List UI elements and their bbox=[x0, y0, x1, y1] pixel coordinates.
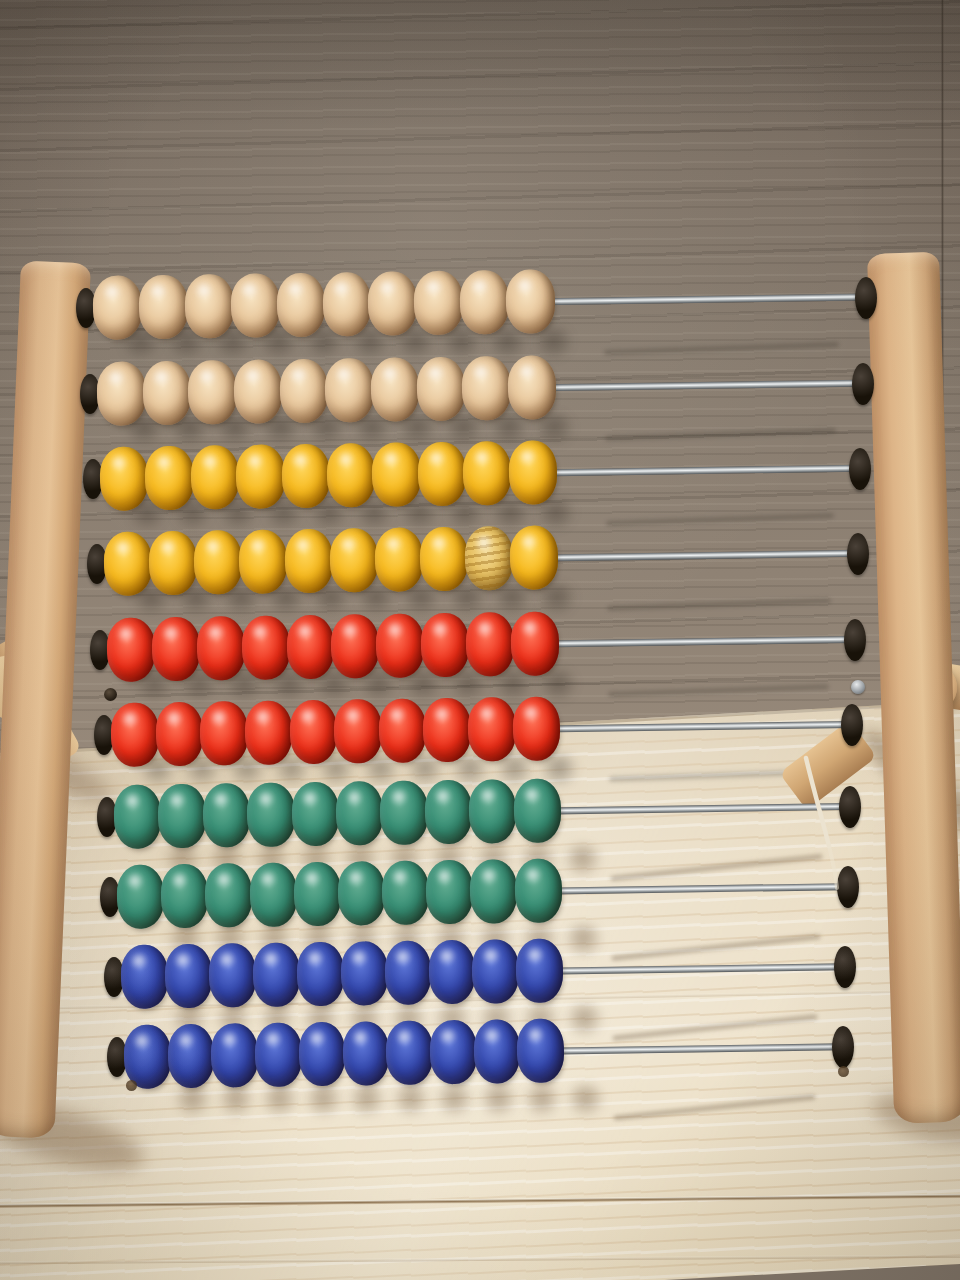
bead-r8-b7[interactable] bbox=[382, 860, 430, 925]
bead-r10-b8[interactable] bbox=[429, 1020, 477, 1085]
bead-r7-b6[interactable] bbox=[336, 781, 384, 846]
bead-r8-b4[interactable] bbox=[249, 862, 297, 927]
bead-r6-b4[interactable] bbox=[244, 700, 293, 765]
bead-r4-b5[interactable] bbox=[284, 529, 333, 594]
left-post-screw bbox=[104, 688, 117, 701]
bead-shadow bbox=[522, 1083, 563, 1119]
bead-shadow bbox=[347, 1083, 388, 1119]
bead-row-5 bbox=[107, 611, 557, 682]
bead-r5-b7[interactable] bbox=[376, 613, 425, 678]
bead-r3-b8[interactable] bbox=[417, 442, 466, 507]
bead-r9-b3[interactable] bbox=[208, 943, 256, 1008]
rod-grommet-right bbox=[855, 277, 877, 319]
right-post-screw bbox=[851, 680, 865, 694]
bead-r7-b5[interactable] bbox=[291, 782, 339, 847]
bead-shadow bbox=[562, 843, 603, 879]
bead-r7-b4[interactable] bbox=[247, 782, 295, 847]
bead-r1-b10[interactable] bbox=[506, 269, 556, 334]
bead-r7-b8[interactable] bbox=[424, 780, 472, 845]
bead-row-10 bbox=[124, 1019, 562, 1089]
bead-r2-b8[interactable] bbox=[416, 357, 466, 422]
bead-r8-b10[interactable] bbox=[514, 858, 562, 923]
bead-row-8 bbox=[117, 858, 559, 929]
bead-r8-b6[interactable] bbox=[338, 861, 386, 926]
bead-shadow bbox=[565, 1083, 606, 1119]
bead-r6-b3[interactable] bbox=[199, 701, 248, 766]
bead-r1-b2[interactable] bbox=[138, 275, 188, 340]
bead-r1-b3[interactable] bbox=[184, 274, 234, 339]
abacus-photo-scene bbox=[0, 0, 960, 1280]
bead-r9-b4[interactable] bbox=[252, 942, 300, 1007]
bead-r10-b4[interactable] bbox=[255, 1022, 303, 1087]
bead-r2-b3[interactable] bbox=[187, 360, 237, 425]
bead-r3-b1[interactable] bbox=[100, 446, 149, 511]
bead-r7-b9[interactable] bbox=[469, 779, 517, 844]
bead-shadow bbox=[172, 1083, 213, 1119]
bead-r4-b4[interactable] bbox=[238, 529, 287, 594]
rod-grommet-right bbox=[852, 363, 874, 405]
bead-r6-b8[interactable] bbox=[423, 698, 472, 763]
bead-r4-b2[interactable] bbox=[148, 531, 197, 596]
bead-r10-b2[interactable] bbox=[167, 1024, 215, 1089]
bead-r6-b6[interactable] bbox=[333, 699, 382, 764]
bead-r5-b1[interactable] bbox=[107, 617, 156, 682]
rod-grommet-right bbox=[837, 866, 859, 908]
rod-grommet-right bbox=[834, 946, 856, 988]
bead-row-2 bbox=[96, 355, 553, 426]
bead-r7-b10[interactable] bbox=[513, 778, 561, 843]
bead-shadow bbox=[259, 1083, 300, 1119]
bead-row-9 bbox=[120, 938, 560, 1009]
bead-shadow bbox=[391, 1083, 432, 1119]
bead-r9-b5[interactable] bbox=[296, 942, 344, 1007]
bead-r9-b2[interactable] bbox=[164, 944, 212, 1009]
bead-r2-b10[interactable] bbox=[507, 355, 557, 420]
bead-r5-b5[interactable] bbox=[286, 615, 335, 680]
bead-r7-b7[interactable] bbox=[380, 780, 428, 845]
bead-shadow bbox=[434, 1083, 475, 1119]
bead-r3-b10[interactable] bbox=[508, 440, 557, 505]
bead-r4-b10[interactable] bbox=[509, 525, 558, 590]
bead-r5-b4[interactable] bbox=[241, 615, 290, 680]
bead-r10-b6[interactable] bbox=[342, 1021, 390, 1086]
bead-r3-b3[interactable] bbox=[190, 445, 239, 510]
bead-r9-b6[interactable] bbox=[340, 941, 388, 1006]
bead-r3-b4[interactable] bbox=[236, 444, 285, 509]
bead-r6-b9[interactable] bbox=[467, 697, 516, 762]
bead-r10-b10[interactable] bbox=[517, 1018, 565, 1083]
bead-r2-b2[interactable] bbox=[142, 361, 192, 426]
bead-r5-b3[interactable] bbox=[196, 616, 245, 681]
bead-r9-b8[interactable] bbox=[428, 940, 476, 1005]
bead-r5-b9[interactable] bbox=[466, 612, 515, 677]
bead-r1-b4[interactable] bbox=[230, 273, 280, 338]
bead-r3-b9[interactable] bbox=[463, 441, 512, 506]
bead-r1-b6[interactable] bbox=[322, 272, 372, 337]
bead-r10-b7[interactable] bbox=[386, 1020, 434, 1085]
bead-r10-b3[interactable] bbox=[211, 1023, 259, 1088]
bead-r10-b9[interactable] bbox=[473, 1019, 521, 1084]
bead-r9-b10[interactable] bbox=[516, 938, 564, 1003]
bead-r8-b9[interactable] bbox=[470, 859, 518, 924]
bead-r1-b7[interactable] bbox=[368, 271, 418, 336]
bead-shadow bbox=[478, 1083, 519, 1119]
bead-r4-b3[interactable] bbox=[193, 530, 242, 595]
bead-r5-b10[interactable] bbox=[511, 611, 560, 676]
bead-r7-b1[interactable] bbox=[114, 784, 162, 849]
bead-row-shadow bbox=[172, 1083, 608, 1127]
bead-row-1 bbox=[93, 269, 553, 340]
bead-r2-b4[interactable] bbox=[233, 359, 283, 424]
bead-r8-b1[interactable] bbox=[117, 864, 165, 929]
bead-row-7 bbox=[114, 778, 559, 849]
bead-shadow bbox=[216, 1083, 257, 1119]
bead-r6-b5[interactable] bbox=[289, 700, 338, 765]
bead-r9-b7[interactable] bbox=[384, 940, 432, 1005]
bead-r3-b7[interactable] bbox=[372, 442, 421, 507]
bead-r8-b3[interactable] bbox=[205, 863, 253, 928]
bead-r5-b8[interactable] bbox=[421, 613, 470, 678]
bead-r6-b10[interactable] bbox=[512, 696, 561, 761]
bead-r7-b2[interactable] bbox=[158, 784, 206, 849]
bead-r2-b6[interactable] bbox=[324, 358, 374, 423]
bead-r6-b2[interactable] bbox=[155, 702, 204, 767]
bead-r3-b2[interactable] bbox=[145, 446, 194, 511]
bead-r4-b7[interactable] bbox=[374, 527, 423, 592]
bead-r9-b9[interactable] bbox=[472, 939, 520, 1004]
bead-r2-b5[interactable] bbox=[279, 359, 329, 424]
bead-r6-b1[interactable] bbox=[110, 702, 159, 767]
left-post-hole bbox=[126, 1080, 137, 1091]
rod-grommet-right bbox=[839, 786, 861, 828]
bead-r2-b7[interactable] bbox=[370, 357, 420, 422]
bead-r3-b6[interactable] bbox=[327, 443, 376, 508]
rod-grommet-right bbox=[847, 533, 869, 575]
bead-row-4 bbox=[103, 525, 555, 596]
rod-grommet-right bbox=[844, 619, 866, 661]
bead-r2-b1[interactable] bbox=[96, 361, 146, 426]
bead-r6-b7[interactable] bbox=[378, 698, 427, 763]
bead-row-6 bbox=[110, 696, 557, 767]
bead-r10-b5[interactable] bbox=[298, 1022, 346, 1087]
bead-r1-b1[interactable] bbox=[93, 275, 143, 340]
bead-r7-b3[interactable] bbox=[202, 783, 250, 848]
bead-row-3 bbox=[100, 440, 555, 511]
bead-r5-b6[interactable] bbox=[331, 614, 380, 679]
bead-r1-b8[interactable] bbox=[414, 271, 464, 336]
bead-r1-b9[interactable] bbox=[460, 270, 510, 335]
bead-r4-b8[interactable] bbox=[419, 527, 468, 592]
bead-r8-b8[interactable] bbox=[426, 860, 474, 925]
bead-r4-b6[interactable] bbox=[329, 528, 378, 593]
bead-r4-b1[interactable] bbox=[103, 531, 152, 596]
bead-r3-b5[interactable] bbox=[281, 444, 330, 509]
bead-r8-b5[interactable] bbox=[293, 862, 341, 927]
bead-r5-b2[interactable] bbox=[152, 617, 201, 682]
bead-shadow bbox=[563, 923, 604, 959]
rod-grommet-right bbox=[832, 1026, 854, 1068]
bead-r4-b9[interactable] bbox=[464, 526, 513, 591]
bead-r8-b2[interactable] bbox=[161, 864, 209, 929]
bead-shadow bbox=[564, 1003, 605, 1039]
bead-r1-b5[interactable] bbox=[276, 273, 326, 338]
bead-r9-b1[interactable] bbox=[120, 944, 168, 1009]
bead-shadow bbox=[303, 1083, 344, 1119]
right-post-hole bbox=[838, 1066, 849, 1077]
bead-r2-b9[interactable] bbox=[461, 356, 511, 421]
